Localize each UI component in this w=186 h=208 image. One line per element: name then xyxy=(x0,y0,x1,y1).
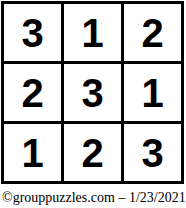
cell-r3c2: 2 xyxy=(64,124,121,181)
cell-r1c1: 3 xyxy=(4,4,61,61)
puzzle-grid: 3 1 2 2 3 1 1 2 3 xyxy=(1,1,184,184)
copyright-caption: ©grouppuzzles.com – 1/23/2021 xyxy=(2,189,184,206)
puzzle-page: 3 1 2 2 3 1 1 2 3 ©grouppuzzles.com – 1/… xyxy=(0,0,186,208)
cell-r1c2: 1 xyxy=(64,4,121,61)
cell-r3c3: 3 xyxy=(124,124,181,181)
cell-r3c1: 1 xyxy=(4,124,61,181)
cell-r2c2: 3 xyxy=(64,64,121,121)
cell-r2c3: 1 xyxy=(124,64,181,121)
cell-r2c1: 2 xyxy=(4,64,61,121)
cell-r1c3: 2 xyxy=(124,4,181,61)
